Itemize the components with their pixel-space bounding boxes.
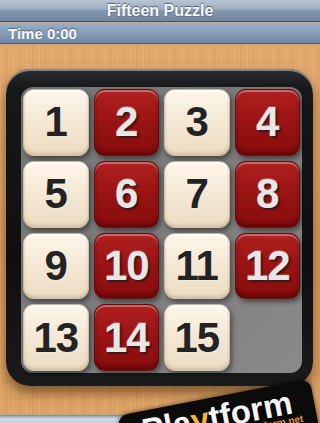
wood-background: 1 2 3 4 5 6 7 8 9 10 11 12 13 14 15 bbox=[0, 45, 320, 423]
tile-15-label: 15 bbox=[174, 317, 219, 359]
puzzle-board: 1 2 3 4 5 6 7 8 9 10 11 12 13 14 15 bbox=[6, 69, 313, 386]
tile-14-label: 14 bbox=[104, 317, 149, 359]
tile-3-label: 3 bbox=[186, 101, 208, 143]
tile-12-label: 12 bbox=[245, 245, 290, 287]
tile-10-label: 10 bbox=[104, 245, 149, 287]
navbar: Fifteen Puzzle bbox=[0, 0, 320, 22]
tile-8-label: 8 bbox=[256, 173, 278, 215]
tile-1-label: 1 bbox=[45, 101, 67, 143]
empty-cell bbox=[235, 304, 301, 371]
tile-13-label: 13 bbox=[33, 317, 78, 359]
time-label: Time 0:00 bbox=[8, 26, 77, 41]
tile-1[interactable]: 1 bbox=[23, 89, 89, 156]
app-title: Fifteen Puzzle bbox=[107, 3, 214, 19]
tile-8[interactable]: 8 bbox=[235, 161, 301, 228]
tile-7[interactable]: 7 bbox=[164, 161, 230, 228]
tile-12[interactable]: 12 bbox=[235, 233, 301, 300]
tile-15[interactable]: 15 bbox=[164, 304, 230, 371]
tile-grid: 1 2 3 4 5 6 7 8 9 10 11 12 13 14 15 bbox=[23, 89, 300, 371]
board-surface: 1 2 3 4 5 6 7 8 9 10 11 12 13 14 15 bbox=[21, 87, 302, 373]
tile-2-label: 2 bbox=[115, 101, 137, 143]
tile-14[interactable]: 14 bbox=[94, 304, 160, 371]
tile-10[interactable]: 10 bbox=[94, 233, 160, 300]
tile-5-label: 5 bbox=[45, 173, 67, 215]
brand-prefix: Pla bbox=[139, 403, 195, 423]
tile-7-label: 7 bbox=[186, 173, 208, 215]
time-bar: Time 0:00 bbox=[0, 23, 320, 44]
tile-9[interactable]: 9 bbox=[23, 233, 89, 300]
tile-5[interactable]: 5 bbox=[23, 161, 89, 228]
tile-6[interactable]: 6 bbox=[94, 161, 160, 228]
tile-9-label: 9 bbox=[45, 245, 67, 287]
tile-3[interactable]: 3 bbox=[164, 89, 230, 156]
tile-11-label: 11 bbox=[176, 245, 218, 287]
tile-6-label: 6 bbox=[115, 173, 137, 215]
screen: Fifteen Puzzle Time 0:00 1 2 3 4 5 6 7 8… bbox=[0, 0, 320, 423]
tile-11[interactable]: 11 bbox=[164, 233, 230, 300]
tile-4[interactable]: 4 bbox=[235, 89, 301, 156]
tile-4-label: 4 bbox=[256, 101, 278, 143]
tile-2[interactable]: 2 bbox=[94, 89, 160, 156]
tile-13[interactable]: 13 bbox=[23, 304, 89, 371]
